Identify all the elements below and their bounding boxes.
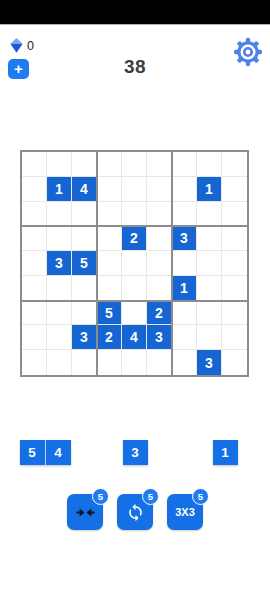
grid-cell[interactable] [47,325,72,350]
grid-cell[interactable] [147,226,172,251]
tray-piece-cell: 1 [213,440,238,465]
grid-cell[interactable] [122,301,147,326]
tray-slot: 1 [180,440,270,465]
grid-cell[interactable] [147,350,172,375]
grid-cell[interactable]: 2 [122,226,147,251]
powerup-count-badge: 5 [192,488,209,505]
grid-cell[interactable] [172,350,197,375]
grid-cell[interactable] [147,251,172,276]
grid-cell[interactable] [222,177,247,202]
tray-slot: 54 [0,440,90,465]
grid-cell[interactable] [72,202,97,227]
grid-cell[interactable] [122,152,147,177]
grid-cell[interactable] [22,251,47,276]
box-divider-vertical [171,152,173,375]
grid-cell[interactable] [22,202,47,227]
powerup-3x3-button[interactable]: 3X3 5 [167,494,203,530]
grid-cell[interactable] [197,202,222,227]
grid-cell[interactable] [22,350,47,375]
grid-cell[interactable] [97,202,122,227]
grid-cell[interactable] [47,226,72,251]
grid-cell[interactable] [172,251,197,276]
grid-cell[interactable] [147,177,172,202]
grid-cell[interactable] [197,276,222,301]
grid-cell[interactable] [47,202,72,227]
grid-cell[interactable] [47,152,72,177]
grid-cell[interactable]: 3 [72,325,97,350]
grid-cell[interactable] [97,350,122,375]
grid-cell[interactable] [197,301,222,326]
grid-cell[interactable]: 3 [172,226,197,251]
grid-cell[interactable] [197,152,222,177]
grid-cell[interactable] [172,177,197,202]
status-bar [0,0,270,25]
powerup-count-badge: 5 [92,488,109,505]
box-divider-vertical [96,152,98,375]
grid-cell[interactable] [147,202,172,227]
grid-cell[interactable]: 4 [72,177,97,202]
converge-arrows-icon [76,506,95,519]
box-divider-horizontal [22,225,247,227]
gem-icon [10,38,23,53]
grid-cell[interactable] [222,202,247,227]
tray-slot: 3 [90,440,180,465]
grid-cell[interactable] [72,226,97,251]
grid-cell[interactable] [147,276,172,301]
grid-cell[interactable]: 2 [147,301,172,326]
grid-cell[interactable] [172,152,197,177]
grid-cell[interactable] [72,301,97,326]
grid-cell[interactable] [97,152,122,177]
grid-cell[interactable] [72,152,97,177]
grid-cell[interactable] [222,226,247,251]
tray-piece-cell: 5 [20,440,45,465]
powerup-shuffle-button[interactable]: 5 [117,494,153,530]
grid-cell[interactable] [172,325,197,350]
grid-cell[interactable] [97,226,122,251]
powerup-count-badge: 5 [142,488,159,505]
tray-piece-cell: 3 [123,440,148,465]
grid-cell[interactable] [222,350,247,375]
grid-cell[interactable] [22,226,47,251]
grid-cell[interactable] [197,226,222,251]
powerup-merge-button[interactable]: 5 [67,494,103,530]
score: 38 [0,56,270,78]
grid-cell[interactable] [22,177,47,202]
grid-cell[interactable] [22,276,47,301]
grid-cell[interactable]: 3 [197,350,222,375]
piece-tray: 5431 [0,440,270,465]
grid-cell[interactable] [197,325,222,350]
grid-cell[interactable] [222,152,247,177]
grid-cell[interactable] [197,251,222,276]
gem-count: 0 [27,39,34,53]
grid-cell[interactable] [47,301,72,326]
grid-cell[interactable] [122,276,147,301]
tray-piece[interactable]: 54 [20,440,71,465]
grid-cell[interactable] [97,251,122,276]
grid-cell[interactable] [222,301,247,326]
grid-cell[interactable]: 3 [147,325,172,350]
grid-cell[interactable]: 1 [197,177,222,202]
grid-cell[interactable] [22,301,47,326]
grid-cell[interactable] [122,177,147,202]
grid-cell[interactable]: 5 [97,301,122,326]
board: 141233515232433 [20,150,249,377]
grid-cell[interactable]: 2 [97,325,122,350]
grid-cell[interactable]: 4 [122,325,147,350]
grid-cell[interactable] [222,325,247,350]
app-screen: 0 + 38 141233515232433 5431 [0,0,270,600]
grid-cell[interactable] [97,276,122,301]
grid-cell[interactable] [72,350,97,375]
grid-cell[interactable] [22,325,47,350]
grid-cell[interactable] [122,251,147,276]
powerup-bar: 5 5 3X3 5 [0,494,270,530]
tray-piece-cell: 4 [46,440,71,465]
grid-cell[interactable] [222,276,247,301]
grid-cell[interactable] [222,251,247,276]
grid-cell[interactable]: 5 [72,251,97,276]
tray-piece[interactable]: 1 [213,440,238,465]
grid-cell[interactable]: 3 [47,251,72,276]
grid-cell[interactable] [22,152,47,177]
grid-cell[interactable] [97,177,122,202]
grid-cell[interactable] [147,152,172,177]
powerup-3x3-label: 3X3 [175,506,195,518]
box-divider-horizontal [22,300,247,302]
grid-cell[interactable]: 1 [172,276,197,301]
grid-cell[interactable] [172,202,197,227]
grid-cell[interactable] [47,350,72,375]
refresh-icon [126,503,145,522]
gem-counter: 0 [10,38,34,53]
grid-cell[interactable]: 1 [47,177,72,202]
grid-cell[interactable] [172,301,197,326]
grid-cell[interactable] [47,276,72,301]
grid-cell[interactable] [122,202,147,227]
grid-cell[interactable] [72,276,97,301]
tray-piece[interactable]: 3 [123,440,148,465]
grid-cell[interactable] [122,350,147,375]
